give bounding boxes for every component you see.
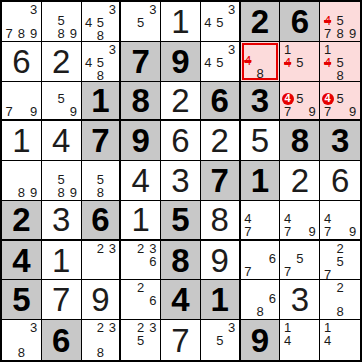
pencil-marks: 48 <box>242 43 279 80</box>
candidate-4: 4 <box>321 334 334 347</box>
cell-r8c9[interactable]: 28 <box>320 280 360 320</box>
pencil-marks: 238 <box>83 321 119 359</box>
given-digit: 6 <box>52 324 70 357</box>
pencil-marks: 236 <box>122 242 159 279</box>
pencil-marks: 35 <box>202 321 238 359</box>
cell-r2c5[interactable]: 9 <box>161 42 201 82</box>
cell-r4c3[interactable]: 7 <box>82 121 122 161</box>
sudoku-board: 3789589345835134526457896234587934548145… <box>0 0 362 362</box>
given-digit: 9 <box>171 45 189 78</box>
candidate-2: 2 <box>94 242 106 255</box>
candidate-8: 8 <box>334 305 347 318</box>
cell-r1c3[interactable]: 3458 <box>82 2 122 42</box>
solved-digit: 2 <box>52 45 70 78</box>
candidate-9: 9 <box>67 27 79 40</box>
given-digit: 7 <box>132 45 150 78</box>
candidate-7: 7 <box>321 105 334 118</box>
candidate-7: 7 <box>321 27 334 40</box>
candidate-8: 8 <box>94 186 106 199</box>
candidate-5: 5 <box>334 14 347 27</box>
cell-r5c6[interactable]: 7 <box>201 161 241 201</box>
pencil-marks: 589 <box>43 3 80 40</box>
candidate-8: 8 <box>334 27 347 40</box>
candidate-4-circled: 4 <box>322 93 334 105</box>
candidate-9: 9 <box>28 186 40 199</box>
solved-digit: 4 <box>52 124 70 157</box>
cell-r4c7[interactable]: 5 <box>241 121 281 161</box>
candidate-2: 2 <box>135 281 147 294</box>
solved-digit: 9 <box>211 244 229 277</box>
candidate-7: 7 <box>242 265 254 278</box>
candidate-2: 2 <box>135 242 147 255</box>
cell-r7c7[interactable]: 67 <box>241 241 281 281</box>
cell-r1c8[interactable]: 6 <box>280 2 320 42</box>
candidate-9: 9 <box>28 27 40 40</box>
cell-r5c9[interactable]: 6 <box>320 161 360 201</box>
cell-r9c4[interactable]: 235 <box>121 320 161 360</box>
candidate-3: 3 <box>28 321 40 334</box>
cell-r7c2[interactable]: 1 <box>42 241 82 281</box>
cell-r5c2[interactable]: 589 <box>42 161 82 201</box>
candidate-2: 2 <box>94 321 106 334</box>
pencil-marks: 23 <box>83 242 119 279</box>
cell-r2c3[interactable]: 3458 <box>82 42 122 82</box>
cell-r3c6[interactable]: 6 <box>201 82 241 122</box>
cell-r8c4[interactable]: 26 <box>121 280 161 320</box>
cell-r8c6[interactable]: 1 <box>201 280 241 320</box>
cell-r4c4[interactable]: 9 <box>121 121 161 161</box>
candidate-7: 7 <box>321 225 334 238</box>
candidate-7: 7 <box>3 105 15 118</box>
given-digit: 1 <box>251 164 269 197</box>
cell-r1c1[interactable]: 3789 <box>2 2 42 42</box>
cell-r3c3[interactable]: 1 <box>82 82 122 122</box>
given-digit: 2 <box>251 5 269 38</box>
given-digit: 4 <box>12 244 30 277</box>
cell-r7c1[interactable]: 4 <box>2 241 42 281</box>
cell-r3c7[interactable]: 3 <box>241 82 281 122</box>
candidate-5: 5 <box>294 92 306 105</box>
candidate-2: 2 <box>334 242 347 255</box>
candidate-5: 5 <box>214 16 226 29</box>
candidate-5: 5 <box>135 16 147 29</box>
solved-digit: 6 <box>12 45 30 78</box>
cell-r7c4[interactable]: 236 <box>121 241 161 281</box>
candidate-2: 2 <box>334 281 347 294</box>
candidate-7: 7 <box>281 105 293 118</box>
cell-r1c7[interactable]: 2 <box>241 2 281 42</box>
candidate-9: 9 <box>306 225 318 238</box>
cell-r4c9[interactable]: 3 <box>320 121 360 161</box>
candidate-5: 5 <box>334 92 347 105</box>
candidate-3: 3 <box>28 3 40 16</box>
pencil-marks: 68 <box>242 281 279 318</box>
cell-r3c9[interactable]: 4579 <box>320 82 360 122</box>
candidate-8: 8 <box>15 346 27 359</box>
cell-r1c4[interactable]: 35 <box>121 2 161 42</box>
candidate-4: 4 <box>281 334 293 347</box>
solved-digit: 4 <box>132 164 150 197</box>
candidate-8: 8 <box>55 27 67 40</box>
pencil-marks: 35 <box>122 3 159 40</box>
given-digit: 3 <box>251 84 269 117</box>
candidate-5: 5 <box>94 173 106 186</box>
pencil-marks: 3458 <box>83 3 119 40</box>
solved-digit: 3 <box>52 203 70 236</box>
candidate-4-eliminated: 4 <box>321 14 334 27</box>
cell-r9c8[interactable]: 14 <box>280 320 320 360</box>
solved-digit: 1 <box>171 5 189 38</box>
cell-r4c1[interactable]: 1 <box>2 121 42 161</box>
candidate-4: 4 <box>321 212 334 225</box>
given-digit: 5 <box>171 203 189 236</box>
candidate-5: 5 <box>55 173 67 186</box>
candidate-3: 3 <box>147 3 159 16</box>
candidate-5: 5 <box>214 56 226 69</box>
candidate-8: 8 <box>94 29 106 42</box>
cell-r8c2[interactable]: 7 <box>42 280 82 320</box>
given-digit: 6 <box>91 203 109 236</box>
solved-digit: 9 <box>91 283 109 316</box>
cell-r7c3[interactable]: 23 <box>82 241 122 281</box>
given-digit: 1 <box>211 283 229 316</box>
candidate-5: 5 <box>294 252 306 265</box>
candidate-4-eliminated: 4 <box>242 54 254 67</box>
candidate-5: 5 <box>55 92 67 105</box>
pencil-marks: 59 <box>43 83 80 119</box>
cell-r5c7[interactable]: 1 <box>241 161 281 201</box>
pencil-marks: 26 <box>122 281 159 318</box>
candidate-3: 3 <box>147 242 159 255</box>
candidate-3: 3 <box>226 43 238 56</box>
candidate-4: 4 <box>242 212 254 225</box>
cell-r5c4[interactable]: 4 <box>121 161 161 201</box>
candidate-7: 7 <box>281 265 293 278</box>
cell-r4c2[interactable]: 4 <box>42 121 82 161</box>
pencil-marks: 4579 <box>321 83 359 119</box>
cell-r5c1[interactable]: 89 <box>2 161 42 201</box>
cell-r5c5[interactable]: 3 <box>161 161 201 201</box>
candidate-9: 9 <box>346 225 359 238</box>
candidate-6: 6 <box>266 292 278 305</box>
cell-r4c6[interactable]: 2 <box>201 121 241 161</box>
candidate-8: 8 <box>94 69 106 82</box>
candidate-5: 5 <box>55 14 67 27</box>
pencil-marks: 38 <box>3 321 40 359</box>
cell-r6c7[interactable]: 47 <box>241 201 281 241</box>
candidate-8: 8 <box>254 305 266 318</box>
given-digit: 8 <box>132 84 150 117</box>
candidate-4: 4 <box>202 56 214 69</box>
candidate-8: 8 <box>334 69 347 82</box>
pencil-marks: 235 <box>122 321 159 359</box>
pencil-marks: 1458 <box>321 43 359 80</box>
candidate-1: 1 <box>281 43 293 56</box>
candidate-4: 4 <box>83 16 95 29</box>
solved-digit: 6 <box>331 164 349 197</box>
candidate-4-circled: 4 <box>282 93 294 105</box>
cell-r5c3[interactable]: 58 <box>82 161 122 201</box>
candidate-5: 5 <box>214 334 226 347</box>
candidate-3: 3 <box>106 321 118 334</box>
given-digit: 9 <box>132 124 150 157</box>
solved-digit: 2 <box>171 84 189 117</box>
pencil-marks: 345 <box>202 3 238 40</box>
given-digit: 7 <box>211 164 229 197</box>
given-digit: 6 <box>291 5 309 38</box>
candidate-8: 8 <box>254 67 266 80</box>
pencil-marks: 479 <box>281 202 318 238</box>
candidate-7: 7 <box>242 225 254 238</box>
given-digit: 7 <box>91 124 109 157</box>
pencil-marks: 58 <box>83 162 119 199</box>
candidate-3: 3 <box>106 3 118 16</box>
given-digit: 6 <box>211 84 229 117</box>
candidate-5: 5 <box>294 56 306 69</box>
cell-r3c2[interactable]: 59 <box>42 82 82 122</box>
solved-digit: 5 <box>251 124 269 157</box>
cell-r9c9[interactable]: 14 <box>320 320 360 360</box>
pencil-marks: 257 <box>321 242 359 279</box>
cell-r2c7[interactable]: 48 <box>241 42 281 82</box>
pencil-marks: 479 <box>321 202 359 238</box>
candidate-9: 9 <box>67 105 79 118</box>
pencil-marks: 47 <box>242 202 279 238</box>
solved-digit: 1 <box>132 203 150 236</box>
cell-r6c8[interactable]: 479 <box>280 201 320 241</box>
pencil-marks: 589 <box>43 162 80 199</box>
solved-digit: 3 <box>291 283 309 316</box>
candidate-4: 4 <box>281 212 293 225</box>
given-digit: 2 <box>12 203 30 236</box>
cell-r1c2[interactable]: 589 <box>42 2 82 42</box>
cell-r8c8[interactable]: 3 <box>280 280 320 320</box>
candidate-8: 8 <box>94 346 106 359</box>
candidate-9: 9 <box>346 105 359 118</box>
solved-digit: 2 <box>211 124 229 157</box>
given-digit: 3 <box>331 124 349 157</box>
cell-r8c1[interactable]: 5 <box>2 280 42 320</box>
pencil-marks: 89 <box>3 162 40 199</box>
pencil-marks: 45789 <box>321 3 359 40</box>
cell-r7c8[interactable]: 57 <box>280 241 320 281</box>
cell-r9c6[interactable]: 35 <box>201 320 241 360</box>
cell-r8c3[interactable]: 9 <box>82 280 122 320</box>
candidate-6: 6 <box>147 294 159 307</box>
pencil-marks: 14 <box>281 321 318 359</box>
cell-r3c1[interactable]: 79 <box>2 82 42 122</box>
cell-r1c5[interactable]: 1 <box>161 2 201 42</box>
cell-r2c4[interactable]: 7 <box>121 42 161 82</box>
candidate-5: 5 <box>334 56 347 69</box>
cell-r2c6[interactable]: 345 <box>201 42 241 82</box>
cell-r3c5[interactable]: 2 <box>161 82 201 122</box>
cell-r6c9[interactable]: 479 <box>320 201 360 241</box>
candidate-4-eliminated: 4 <box>281 56 293 69</box>
cell-r7c5[interactable]: 8 <box>161 241 201 281</box>
cell-r6c6[interactable]: 8 <box>201 201 241 241</box>
cell-r4c5[interactable]: 6 <box>161 121 201 161</box>
cell-r7c6[interactable]: 9 <box>201 241 241 281</box>
candidate-4-eliminated: 4 <box>321 56 334 69</box>
candidate-3: 3 <box>226 321 238 334</box>
cell-r5c8[interactable]: 2 <box>280 161 320 201</box>
given-digit: 9 <box>251 324 269 357</box>
pencil-marks: 4579 <box>281 83 318 119</box>
candidate-4: 4 <box>202 16 214 29</box>
solved-digit: 7 <box>171 324 189 357</box>
cell-r9c7[interactable]: 9 <box>241 320 281 360</box>
solved-digit: 8 <box>211 203 229 236</box>
cell-r3c8[interactable]: 4579 <box>280 82 320 122</box>
candidate-7: 7 <box>3 27 15 40</box>
cell-r6c3[interactable]: 6 <box>82 201 122 241</box>
pencil-marks: 79 <box>3 83 40 119</box>
given-digit: 8 <box>291 124 309 157</box>
pencil-marks: 345 <box>202 43 238 80</box>
cell-r2c9[interactable]: 1458 <box>320 42 360 82</box>
given-digit: 8 <box>171 244 189 277</box>
pencil-marks: 3458 <box>83 43 119 80</box>
candidate-8: 8 <box>55 186 67 199</box>
cell-r2c2[interactable]: 2 <box>42 42 82 82</box>
pencil-marks: 3789 <box>3 3 40 40</box>
cell-r3c4[interactable]: 8 <box>121 82 161 122</box>
candidate-8: 8 <box>15 186 27 199</box>
pencil-marks: 14 <box>321 321 359 359</box>
pencil-marks: 57 <box>281 242 318 279</box>
candidate-3: 3 <box>226 3 238 16</box>
solved-digit: 3 <box>171 164 189 197</box>
candidate-3: 3 <box>147 321 159 334</box>
candidate-7: 7 <box>321 268 334 281</box>
candidate-6: 6 <box>266 252 278 265</box>
candidate-5: 5 <box>334 255 347 268</box>
candidate-5: 5 <box>135 334 147 347</box>
pencil-marks: 67 <box>242 242 279 279</box>
solved-digit: 2 <box>291 164 309 197</box>
solved-digit: 1 <box>52 244 70 277</box>
candidate-5: 5 <box>94 56 106 69</box>
candidate-9: 9 <box>306 105 318 118</box>
candidate-9: 9 <box>67 186 79 199</box>
cell-r9c1[interactable]: 38 <box>2 320 42 360</box>
cell-r1c6[interactable]: 345 <box>201 2 241 42</box>
candidate-4: 4 <box>83 56 95 69</box>
candidate-3: 3 <box>106 43 118 56</box>
cell-r8c5[interactable]: 4 <box>161 280 201 320</box>
given-digit: 5 <box>12 283 30 316</box>
cell-r6c2[interactable]: 3 <box>42 201 82 241</box>
cell-r4c8[interactable]: 8 <box>280 121 320 161</box>
given-digit: 4 <box>171 283 189 316</box>
cell-r9c2[interactable]: 6 <box>42 320 82 360</box>
cell-r9c5[interactable]: 7 <box>161 320 201 360</box>
candidate-9: 9 <box>346 27 359 40</box>
cell-r2c1[interactable]: 6 <box>2 42 42 82</box>
solved-digit: 6 <box>171 124 189 157</box>
cell-r6c4[interactable]: 1 <box>121 201 161 241</box>
candidate-7: 7 <box>281 225 293 238</box>
candidate-6: 6 <box>147 255 159 268</box>
given-digit: 1 <box>91 84 109 117</box>
pencil-marks: 145 <box>281 43 318 80</box>
solved-digit: 1 <box>12 124 30 157</box>
cell-r7c9[interactable]: 257 <box>320 241 360 281</box>
cell-r6c5[interactable]: 5 <box>161 201 201 241</box>
cell-r9c3[interactable]: 238 <box>82 320 122 360</box>
cell-r8c7[interactable]: 68 <box>241 280 281 320</box>
cell-r2c8[interactable]: 145 <box>280 42 320 82</box>
pencil-marks: 28 <box>321 281 359 318</box>
candidate-3: 3 <box>106 242 118 255</box>
candidate-8: 8 <box>15 27 27 40</box>
cell-r6c1[interactable]: 2 <box>2 201 42 241</box>
cell-r1c9[interactable]: 45789 <box>320 2 360 42</box>
candidate-1: 1 <box>321 43 334 56</box>
candidate-9: 9 <box>28 105 40 118</box>
solved-digit: 7 <box>52 283 70 316</box>
